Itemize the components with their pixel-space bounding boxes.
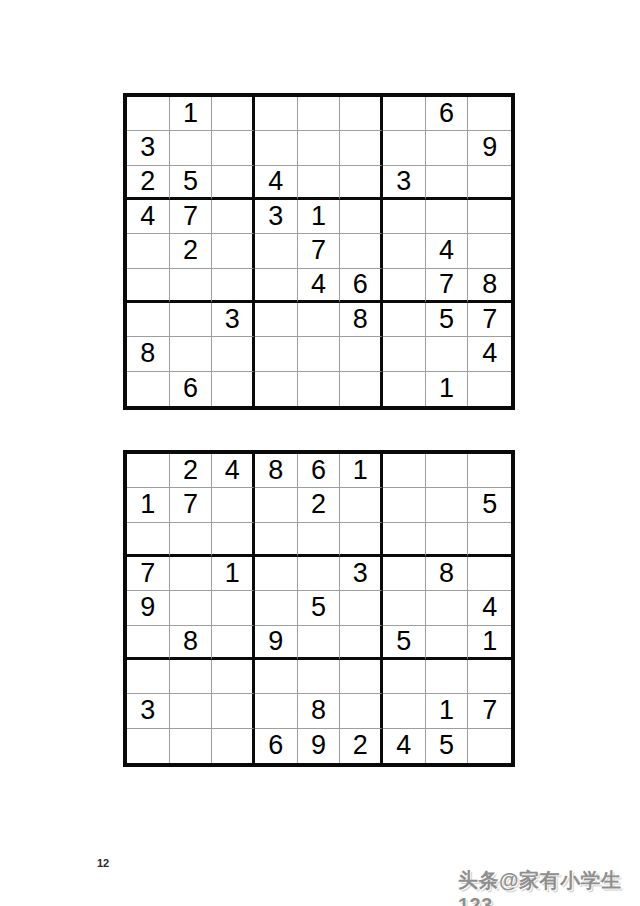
cell-r8c1: 3: [127, 694, 170, 728]
cell-r7c9: 7: [468, 303, 511, 337]
cell-r6c8: [426, 626, 469, 660]
cell-r8c2: [170, 337, 213, 371]
cell-r4c8: [426, 200, 469, 234]
cell-r5c6: [340, 591, 383, 625]
cell-r5c4: [255, 234, 298, 268]
cell-r6c9: 8: [468, 269, 511, 303]
cell-r9c8: 1: [426, 372, 469, 406]
cell-r3c2: [170, 523, 213, 557]
cell-r2c5: [298, 131, 341, 165]
cell-r8c3: [212, 337, 255, 371]
cell-r8c5: [298, 337, 341, 371]
cell-r3c6: [340, 523, 383, 557]
cell-r3c1: [127, 523, 170, 557]
cell-r9c8: 5: [426, 729, 469, 763]
cell-r7c4: [255, 660, 298, 694]
cell-r5c3: [212, 591, 255, 625]
cell-r7c6: [340, 660, 383, 694]
cell-r4c7: [383, 557, 426, 591]
watermark-text: 头条@家有小学生123: [458, 867, 640, 906]
cell-r6c4: 9: [255, 626, 298, 660]
cell-r3c5: [298, 166, 341, 200]
cell-r7c5: [298, 660, 341, 694]
cell-r2c9: 5: [468, 488, 511, 522]
cell-r1c7: [383, 454, 426, 488]
cell-r7c7: [383, 660, 426, 694]
cell-r8c7: [383, 337, 426, 371]
cell-r4c5: 1: [298, 200, 341, 234]
cell-r2c6: [340, 488, 383, 522]
cell-r6c7: 5: [383, 626, 426, 660]
cell-r6c3: [212, 626, 255, 660]
cell-r8c4: [255, 694, 298, 728]
cell-r2c7: [383, 131, 426, 165]
cell-r7c8: [426, 660, 469, 694]
cell-r4c3: [212, 200, 255, 234]
cell-r4c1: 7: [127, 557, 170, 591]
cell-r2c6: [340, 131, 383, 165]
cell-r9c1: [127, 372, 170, 406]
cell-r3c7: [383, 523, 426, 557]
cell-r1c2: 1: [170, 97, 213, 131]
cell-r5c9: 4: [468, 591, 511, 625]
sudoku-board-1: 163925434731274467838578461: [123, 93, 515, 410]
cell-r4c8: 8: [426, 557, 469, 591]
cell-r6c3: [212, 269, 255, 303]
cell-r7c5: [298, 303, 341, 337]
cell-r3c4: 4: [255, 166, 298, 200]
cell-r8c8: [426, 337, 469, 371]
cell-r9c3: [212, 729, 255, 763]
cell-r8c6: [340, 694, 383, 728]
cell-r1c4: [255, 97, 298, 131]
cell-r5c1: 9: [127, 591, 170, 625]
cell-r9c2: [170, 729, 213, 763]
cell-r2c1: 1: [127, 488, 170, 522]
cell-r6c2: 8: [170, 626, 213, 660]
cell-r9c5: [298, 372, 341, 406]
cell-r8c5: 8: [298, 694, 341, 728]
cell-r4c7: [383, 200, 426, 234]
cell-r9c7: 4: [383, 729, 426, 763]
cell-r2c8: [426, 131, 469, 165]
cell-r1c9: [468, 454, 511, 488]
cell-r3c1: 2: [127, 166, 170, 200]
cell-r4c2: [170, 557, 213, 591]
cell-r3c7: 3: [383, 166, 426, 200]
cell-r4c6: 3: [340, 557, 383, 591]
cell-r6c7: [383, 269, 426, 303]
cell-r2c1: 3: [127, 131, 170, 165]
cell-r7c2: [170, 303, 213, 337]
cell-r5c9: [468, 234, 511, 268]
cell-r8c6: [340, 337, 383, 371]
cell-r3c6: [340, 166, 383, 200]
cell-r8c9: 4: [468, 337, 511, 371]
cell-r2c3: [212, 488, 255, 522]
cell-r4c1: 4: [127, 200, 170, 234]
cell-r9c7: [383, 372, 426, 406]
cell-r3c8: [426, 166, 469, 200]
cell-r4c9: [468, 557, 511, 591]
cell-r1c2: 2: [170, 454, 213, 488]
cell-r1c5: 6: [298, 454, 341, 488]
cell-r5c4: [255, 591, 298, 625]
cell-r3c8: [426, 523, 469, 557]
cell-r3c9: [468, 166, 511, 200]
cell-r9c6: [340, 372, 383, 406]
cell-r3c4: [255, 523, 298, 557]
cell-r3c3: [212, 523, 255, 557]
cell-r1c8: 6: [426, 97, 469, 131]
cell-r1c4: 8: [255, 454, 298, 488]
cell-r7c4: [255, 303, 298, 337]
cell-r8c1: 8: [127, 337, 170, 371]
cell-r7c1: [127, 303, 170, 337]
cell-r8c3: [212, 694, 255, 728]
cell-r9c3: [212, 372, 255, 406]
cell-r2c4: [255, 131, 298, 165]
cell-r5c5: 5: [298, 591, 341, 625]
cell-r4c4: [255, 557, 298, 591]
cell-r2c9: 9: [468, 131, 511, 165]
cell-r9c4: 6: [255, 729, 298, 763]
cell-r7c3: [212, 660, 255, 694]
cell-r7c3: 3: [212, 303, 255, 337]
cell-r8c9: 7: [468, 694, 511, 728]
cell-r1c3: 4: [212, 454, 255, 488]
cell-r1c3: [212, 97, 255, 131]
cell-r4c6: [340, 200, 383, 234]
sudoku-board-2: 24861172571389548951381769245: [123, 450, 515, 767]
cell-r9c9: [468, 372, 511, 406]
cell-r6c5: 4: [298, 269, 341, 303]
cell-r6c6: 6: [340, 269, 383, 303]
cell-r6c9: 1: [468, 626, 511, 660]
cell-r6c2: [170, 269, 213, 303]
cell-r1c1: [127, 97, 170, 131]
cell-r7c7: [383, 303, 426, 337]
cell-r9c5: 9: [298, 729, 341, 763]
cell-r4c9: [468, 200, 511, 234]
cell-r8c8: 1: [426, 694, 469, 728]
cell-r6c5: [298, 626, 341, 660]
cell-r7c8: 5: [426, 303, 469, 337]
cell-r9c4: [255, 372, 298, 406]
page-number: 12: [97, 857, 109, 869]
cell-r7c1: [127, 660, 170, 694]
cell-r8c7: [383, 694, 426, 728]
cell-r1c8: [426, 454, 469, 488]
cell-r2c2: [170, 131, 213, 165]
cell-r6c6: [340, 626, 383, 660]
cell-r2c2: 7: [170, 488, 213, 522]
cell-r4c4: 3: [255, 200, 298, 234]
cell-r7c9: [468, 660, 511, 694]
cell-r6c8: 7: [426, 269, 469, 303]
cell-r1c6: [340, 97, 383, 131]
cell-r5c5: 7: [298, 234, 341, 268]
cell-r2c8: [426, 488, 469, 522]
cell-r5c6: [340, 234, 383, 268]
cell-r1c5: [298, 97, 341, 131]
cell-r5c8: [426, 591, 469, 625]
cell-r7c6: 8: [340, 303, 383, 337]
cell-r2c4: [255, 488, 298, 522]
cell-r6c1: [127, 269, 170, 303]
cell-r4c3: 1: [212, 557, 255, 591]
cell-r2c7: [383, 488, 426, 522]
cell-r6c4: [255, 269, 298, 303]
cell-r5c2: [170, 591, 213, 625]
cell-r3c5: [298, 523, 341, 557]
cell-r5c3: [212, 234, 255, 268]
cell-r9c2: 6: [170, 372, 213, 406]
cell-r9c6: 2: [340, 729, 383, 763]
cell-r8c2: [170, 694, 213, 728]
cell-r3c3: [212, 166, 255, 200]
cell-r5c8: 4: [426, 234, 469, 268]
cell-r3c9: [468, 523, 511, 557]
cell-r6c1: [127, 626, 170, 660]
cell-r1c6: 1: [340, 454, 383, 488]
cell-r2c5: 2: [298, 488, 341, 522]
cell-r4c2: 7: [170, 200, 213, 234]
cell-r3c2: 5: [170, 166, 213, 200]
cell-r1c7: [383, 97, 426, 131]
cell-r9c1: [127, 729, 170, 763]
cell-r9c9: [468, 729, 511, 763]
cell-r2c3: [212, 131, 255, 165]
cell-r5c2: 2: [170, 234, 213, 268]
cell-r5c1: [127, 234, 170, 268]
cell-r1c1: [127, 454, 170, 488]
cell-r7c2: [170, 660, 213, 694]
cell-r4c5: [298, 557, 341, 591]
cell-r5c7: [383, 591, 426, 625]
cell-r5c7: [383, 234, 426, 268]
cell-r8c4: [255, 337, 298, 371]
cell-r1c9: [468, 97, 511, 131]
